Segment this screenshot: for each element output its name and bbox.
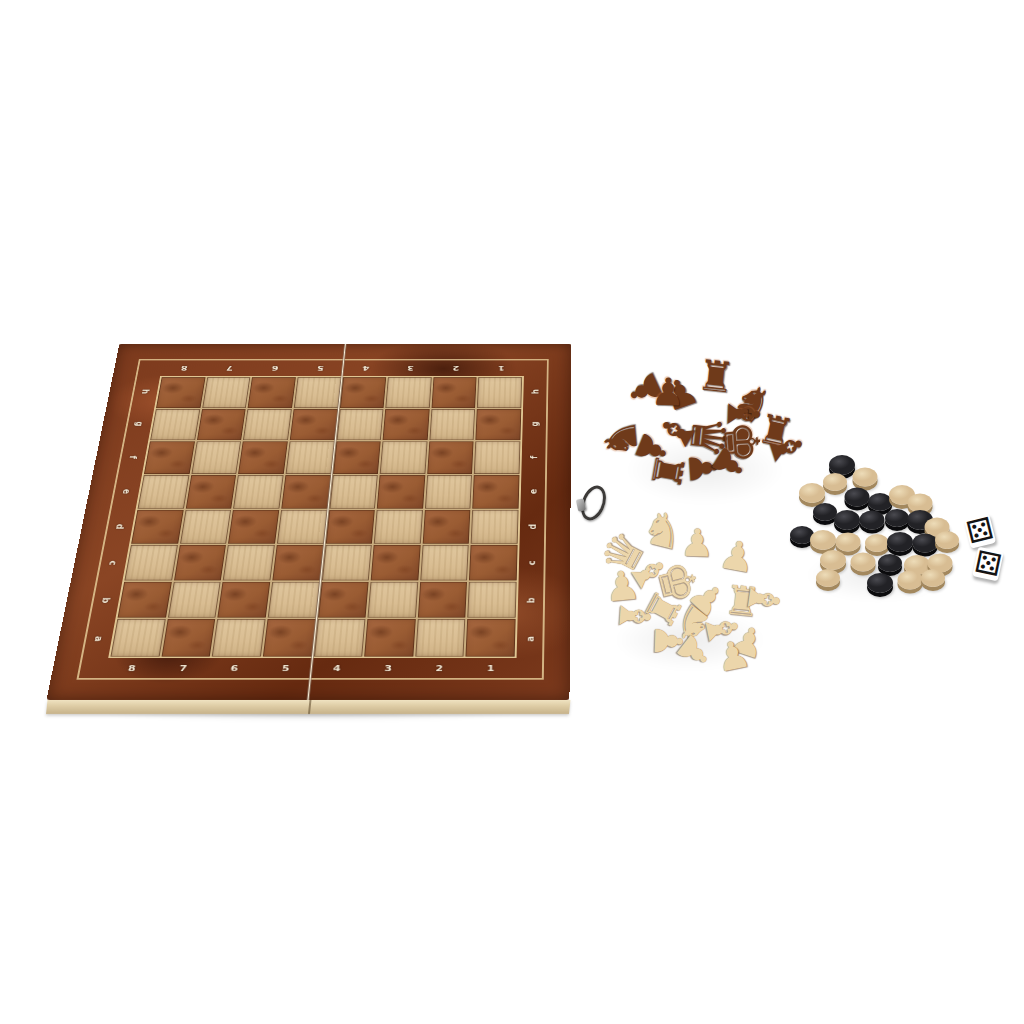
square-h3 <box>385 377 431 407</box>
square-g3 <box>383 409 430 440</box>
square-g6 <box>243 409 292 440</box>
coord-label: f <box>529 456 539 459</box>
square-b4 <box>318 582 369 618</box>
square-e2 <box>425 475 473 508</box>
square-g2 <box>429 409 475 440</box>
coord-label: 7 <box>179 664 188 672</box>
square-f3 <box>380 442 427 474</box>
black-checker-disc <box>860 511 885 530</box>
square-e4 <box>329 475 378 508</box>
square-c8 <box>124 545 177 580</box>
square-h7 <box>202 377 251 407</box>
wood-checker-disc <box>836 533 861 552</box>
square-a5 <box>263 619 316 656</box>
square-e7 <box>185 475 236 508</box>
square-a7 <box>161 619 215 656</box>
square-f4 <box>333 442 381 474</box>
coord-label: f <box>128 456 139 459</box>
square-c4 <box>322 545 372 580</box>
board-front-edge <box>46 700 570 714</box>
square-b8 <box>118 582 172 618</box>
wood-checker-disc <box>935 531 959 549</box>
wood-checker-disc <box>865 534 889 552</box>
square-g8 <box>150 409 200 440</box>
coord-label: 8 <box>127 664 136 672</box>
square-f5 <box>285 442 334 474</box>
coord-label: 4 <box>333 664 341 672</box>
product-photo-scene: 87654321 87654321 hgfedcba hgfedcba ♟♜♟♞… <box>0 0 1024 1024</box>
black-checker-disc <box>829 455 855 475</box>
square-g7 <box>197 409 246 440</box>
black-checker-disc <box>834 510 860 530</box>
square-a4 <box>314 619 366 656</box>
light-piece-pawn: ♟ <box>716 533 758 579</box>
square-a6 <box>212 619 265 656</box>
coord-label: h <box>530 389 540 394</box>
square-e3 <box>377 475 425 508</box>
wood-checker-disc <box>921 569 945 587</box>
front-edge-seam <box>308 700 311 714</box>
coord-label: b <box>526 597 537 603</box>
wood-checker-disc <box>816 569 840 587</box>
coord-label: d <box>114 524 125 529</box>
square-f6 <box>238 442 287 474</box>
coord-label: 5 <box>281 664 290 672</box>
coord-label: d <box>527 524 537 529</box>
square-c5 <box>272 545 323 580</box>
square-d4 <box>325 510 375 544</box>
square-c6 <box>223 545 275 580</box>
square-d8 <box>131 510 183 544</box>
square-d7 <box>180 510 232 544</box>
die-face-5: ⚄ <box>972 547 1004 582</box>
square-a8 <box>110 619 165 656</box>
coord-label: a <box>93 636 105 642</box>
square-c3 <box>371 545 421 580</box>
square-d1 <box>471 510 519 544</box>
coord-label: 6 <box>271 365 279 372</box>
square-f8 <box>144 442 195 474</box>
square-d5 <box>277 510 327 544</box>
black-checker-disc <box>887 532 913 552</box>
coord-label: 2 <box>435 664 443 672</box>
wood-checker-disc <box>853 468 878 487</box>
square-f7 <box>191 442 241 474</box>
square-d6 <box>228 510 279 544</box>
square-g4 <box>336 409 383 440</box>
black-checker-disc <box>867 573 893 593</box>
coord-label: e <box>121 489 132 494</box>
square-a2 <box>415 619 466 656</box>
coord-label: e <box>528 489 538 494</box>
coord-label: 5 <box>316 365 323 372</box>
coord-label: a <box>525 636 536 642</box>
coord-label: b <box>100 597 112 603</box>
square-e6 <box>233 475 283 508</box>
wood-checker-disc <box>810 530 836 550</box>
coord-label: 4 <box>362 365 369 372</box>
square-e8 <box>138 475 189 508</box>
wood-checker-disc <box>823 473 847 491</box>
square-h2 <box>431 377 477 407</box>
square-g5 <box>290 409 338 440</box>
coord-label: h <box>140 389 151 394</box>
wood-checker-disc <box>851 553 876 572</box>
square-c1 <box>469 545 517 580</box>
coord-label: 8 <box>180 365 188 372</box>
coord-label: 2 <box>453 365 460 372</box>
square-a3 <box>364 619 415 656</box>
square-f1 <box>474 442 520 474</box>
square-f2 <box>427 442 474 474</box>
square-h8 <box>156 377 205 407</box>
square-a1 <box>466 619 516 656</box>
square-b3 <box>368 582 418 618</box>
square-d2 <box>422 510 470 544</box>
coord-label: c <box>107 561 118 566</box>
black-checker-disc <box>845 488 870 507</box>
coord-label: 3 <box>407 365 414 372</box>
square-h6 <box>248 377 296 407</box>
square-c2 <box>420 545 469 580</box>
square-h4 <box>340 377 387 407</box>
wood-checker-disc <box>799 483 825 503</box>
coord-label: 1 <box>498 365 505 372</box>
coord-label: 3 <box>384 664 392 672</box>
square-e5 <box>281 475 330 508</box>
coord-label: 6 <box>230 664 239 672</box>
wood-checker-disc <box>898 571 923 590</box>
coord-label: g <box>134 422 145 427</box>
black-checker-disc <box>885 509 909 527</box>
black-checker-disc <box>878 554 902 572</box>
wood-checker-disc <box>820 550 846 570</box>
square-d3 <box>374 510 423 544</box>
coord-label: g <box>530 422 540 427</box>
square-b7 <box>168 582 221 618</box>
square-b1 <box>468 582 517 618</box>
square-g1 <box>476 409 522 440</box>
light-piece-bishop: ♝ <box>740 577 787 620</box>
square-h1 <box>477 377 522 407</box>
board-top-surface: 87654321 87654321 hgfedcba hgfedcba <box>46 344 571 700</box>
square-b6 <box>218 582 271 618</box>
square-h5 <box>294 377 341 407</box>
coord-label: 7 <box>226 365 234 372</box>
coord-label: 1 <box>487 664 495 672</box>
folding-chessboard: 87654321 87654321 hgfedcba hgfedcba <box>45 316 610 714</box>
coord-label: c <box>527 561 538 566</box>
square-c7 <box>174 545 226 580</box>
black-checker-disc <box>913 534 938 553</box>
square-b5 <box>268 582 320 618</box>
square-b2 <box>418 582 468 618</box>
square-e1 <box>473 475 520 508</box>
